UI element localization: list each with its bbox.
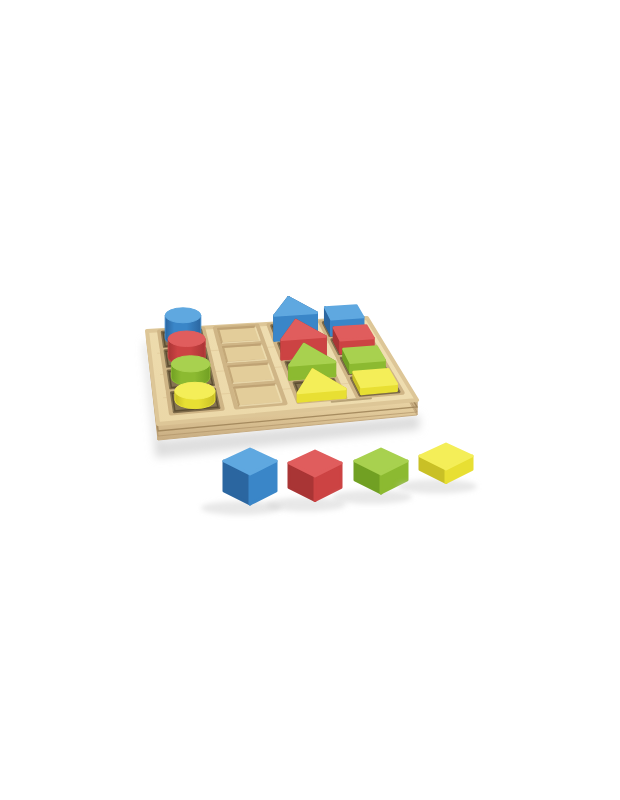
loose-yellow-block [397, 444, 477, 494]
recess-r1-c1 [220, 343, 270, 364]
loose-blocks [201, 444, 477, 515]
loose-red-block [266, 451, 346, 512]
recess-r0-c1 [215, 326, 263, 345]
board-piece-yellow-cylinder [175, 382, 215, 408]
recess-r2-c1 [225, 362, 278, 385]
shape-sorter-scene [0, 0, 620, 800]
board-piece-green-cylinder [171, 356, 210, 386]
board-piece-yellow-square [354, 369, 397, 394]
product-photo [0, 0, 620, 800]
recess-r3-c1 [231, 383, 286, 408]
loose-green-block [332, 449, 412, 504]
